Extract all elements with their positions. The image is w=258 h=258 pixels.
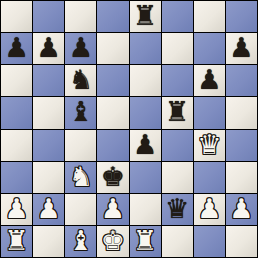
square-a7[interactable]: ♟: [1, 33, 32, 64]
square-g7[interactable]: [194, 33, 225, 64]
black-pawn-piece: ♟: [229, 34, 253, 61]
square-b8[interactable]: [33, 1, 64, 32]
square-e5[interactable]: [130, 97, 161, 128]
square-f4[interactable]: [162, 130, 193, 161]
square-c1[interactable]: ♝: [65, 226, 96, 257]
square-e1[interactable]: ♜: [130, 226, 161, 257]
square-g5[interactable]: [194, 97, 225, 128]
square-c8[interactable]: [65, 1, 96, 32]
square-f7[interactable]: [162, 33, 193, 64]
square-b1[interactable]: [33, 226, 64, 257]
square-b2[interactable]: ♟: [33, 194, 64, 225]
square-f1[interactable]: [162, 226, 193, 257]
square-e8[interactable]: ♜: [130, 1, 161, 32]
square-g8[interactable]: [194, 1, 225, 32]
square-f6[interactable]: [162, 65, 193, 96]
black-queen-piece: ♛: [165, 195, 189, 222]
square-e7[interactable]: [130, 33, 161, 64]
square-g6[interactable]: ♟: [194, 65, 225, 96]
black-pawn-piece: ♟: [4, 34, 28, 61]
square-f8[interactable]: [162, 1, 193, 32]
square-h6[interactable]: [226, 65, 257, 96]
white-queen-piece: ♛: [197, 131, 221, 158]
white-rook-piece: ♜: [133, 227, 157, 254]
square-c7[interactable]: ♟: [65, 33, 96, 64]
black-bishop-piece: ♝: [69, 98, 93, 125]
square-e2[interactable]: [130, 194, 161, 225]
white-pawn-piece: ♟: [4, 195, 28, 222]
black-rook-piece: ♜: [165, 98, 189, 125]
white-pawn-piece: ♟: [229, 195, 253, 222]
square-h7[interactable]: ♟: [226, 33, 257, 64]
square-d3[interactable]: ♚: [97, 162, 128, 193]
black-king-piece: ♚: [101, 163, 125, 190]
square-a4[interactable]: [1, 130, 32, 161]
square-h5[interactable]: [226, 97, 257, 128]
square-b6[interactable]: [33, 65, 64, 96]
square-d6[interactable]: [97, 65, 128, 96]
square-d8[interactable]: [97, 1, 128, 32]
square-b5[interactable]: [33, 97, 64, 128]
square-a1[interactable]: ♜: [1, 226, 32, 257]
white-bishop-piece: ♝: [69, 227, 93, 254]
square-c3[interactable]: ♞: [65, 162, 96, 193]
square-a3[interactable]: [1, 162, 32, 193]
black-pawn-piece: ♟: [133, 131, 157, 158]
white-pawn-piece: ♟: [197, 195, 221, 222]
square-c5[interactable]: ♝: [65, 97, 96, 128]
square-g4[interactable]: ♛: [194, 130, 225, 161]
square-c2[interactable]: [65, 194, 96, 225]
square-b4[interactable]: [33, 130, 64, 161]
square-d2[interactable]: ♟: [97, 194, 128, 225]
square-e6[interactable]: [130, 65, 161, 96]
white-knight-piece: ♞: [69, 163, 93, 190]
square-b7[interactable]: ♟: [33, 33, 64, 64]
white-king-piece: ♚: [101, 227, 125, 254]
square-c6[interactable]: ♞: [65, 65, 96, 96]
square-a8[interactable]: [1, 1, 32, 32]
square-h8[interactable]: [226, 1, 257, 32]
black-rook-piece: ♜: [133, 2, 157, 29]
square-e3[interactable]: [130, 162, 161, 193]
square-a6[interactable]: [1, 65, 32, 96]
square-f2[interactable]: ♛: [162, 194, 193, 225]
square-d5[interactable]: [97, 97, 128, 128]
chess-board: ♜♟♟♟♟♞♟♝♜♟♛♞♚♟♟♟♛♟♟♜♝♚♜: [0, 0, 258, 258]
square-g2[interactable]: ♟: [194, 194, 225, 225]
square-d4[interactable]: [97, 130, 128, 161]
black-knight-piece: ♞: [69, 66, 93, 93]
square-a5[interactable]: [1, 97, 32, 128]
black-pawn-piece: ♟: [37, 34, 61, 61]
square-h1[interactable]: [226, 226, 257, 257]
black-pawn-piece: ♟: [197, 66, 221, 93]
square-a2[interactable]: ♟: [1, 194, 32, 225]
square-g1[interactable]: [194, 226, 225, 257]
square-h2[interactable]: ♟: [226, 194, 257, 225]
square-h4[interactable]: [226, 130, 257, 161]
white-rook-piece: ♜: [4, 227, 28, 254]
square-c4[interactable]: [65, 130, 96, 161]
chess-board-area: ♜♟♟♟♟♞♟♝♜♟♛♞♚♟♟♟♛♟♟♜♝♚♜: [0, 0, 258, 258]
square-d1[interactable]: ♚: [97, 226, 128, 257]
square-d7[interactable]: [97, 33, 128, 64]
square-f5[interactable]: ♜: [162, 97, 193, 128]
square-f3[interactable]: [162, 162, 193, 193]
square-h3[interactable]: [226, 162, 257, 193]
square-g3[interactable]: [194, 162, 225, 193]
black-pawn-piece: ♟: [69, 34, 93, 61]
white-pawn-piece: ♟: [37, 195, 61, 222]
white-pawn-piece: ♟: [101, 195, 125, 222]
square-b3[interactable]: [33, 162, 64, 193]
square-e4[interactable]: ♟: [130, 130, 161, 161]
